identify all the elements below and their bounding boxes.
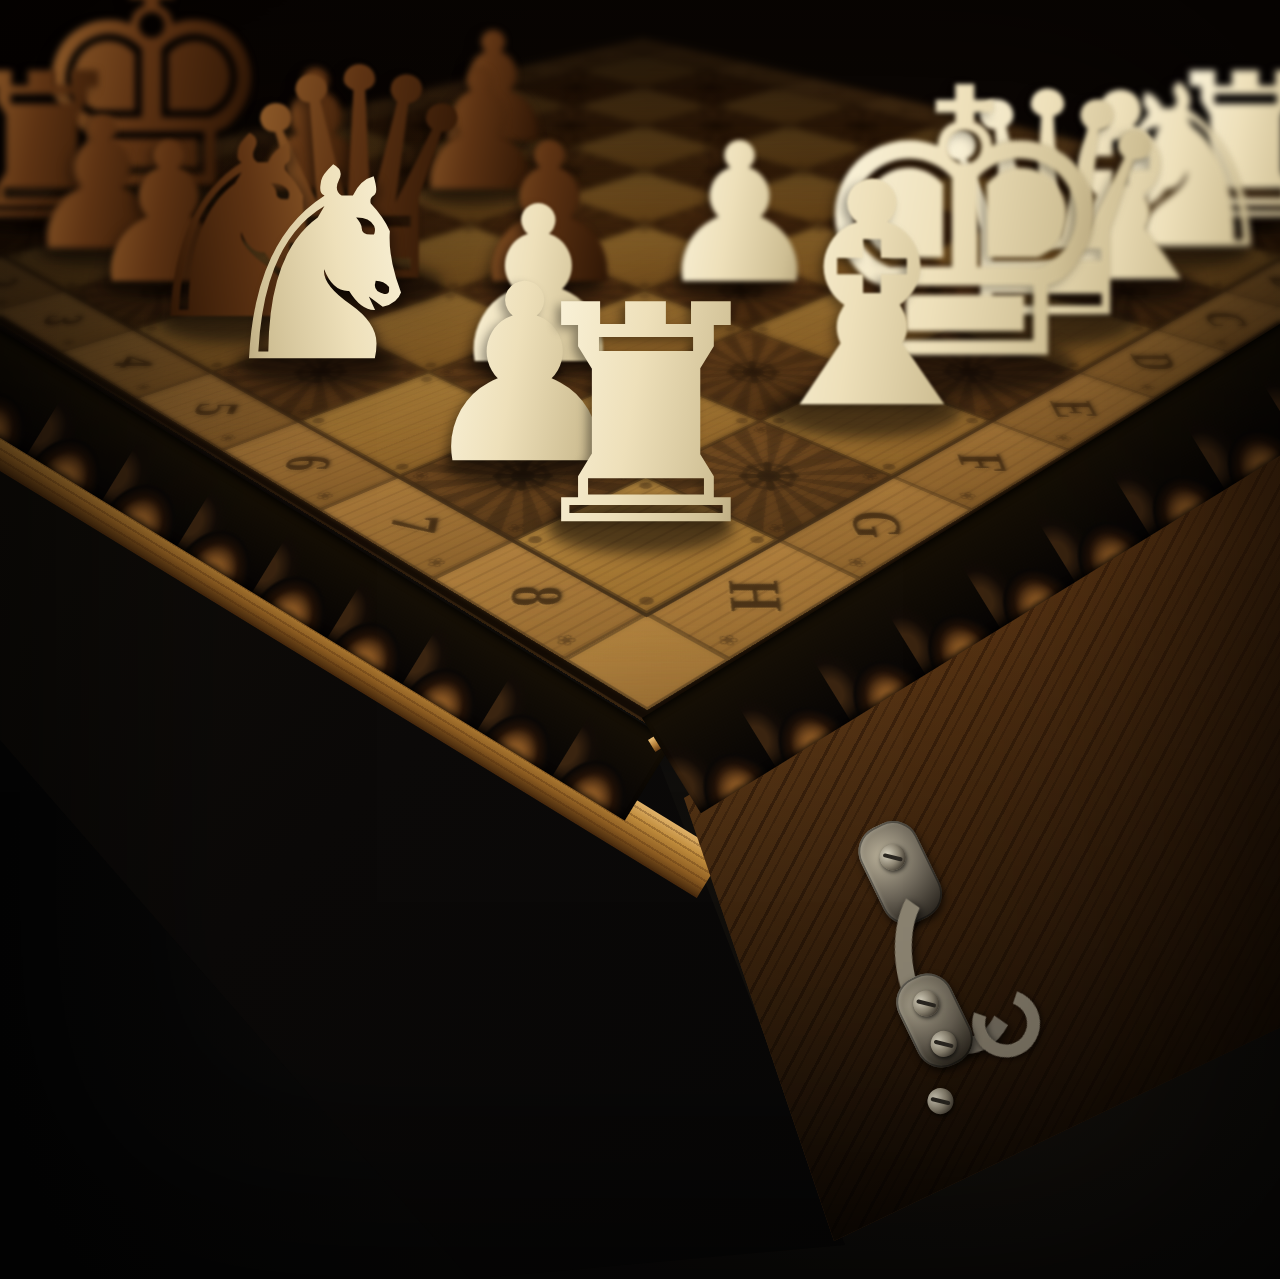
engraved-corner-flourish: ❀ bbox=[528, 331, 554, 341]
engraved-corner-flourish: ❀ bbox=[355, 258, 379, 266]
engraved-corner-flourish: ❀ bbox=[941, 331, 966, 341]
engraved-corner-flourish: ❀ bbox=[1094, 258, 1116, 266]
engraved-corner-flourish: ❀ bbox=[170, 258, 194, 266]
engraved-corner-flourish: ❀ bbox=[725, 258, 748, 266]
engraved-corner-flourish: ❀ bbox=[540, 258, 563, 266]
latch-screw bbox=[923, 1084, 958, 1119]
engraved-corner-flourish: ❀ bbox=[856, 469, 886, 484]
engraved-corner-flourish: ❀ bbox=[1195, 286, 1218, 295]
engraved-corner-flourish: ❀ bbox=[909, 258, 931, 266]
engraved-corner-flourish: ❀ bbox=[747, 423, 776, 436]
engraved-corner-flourish: ❀ bbox=[405, 468, 436, 483]
engraved-corner-flourish: ❀ bbox=[514, 423, 543, 436]
photo-stage: 1❀2❀3❀4❀5❀6❀7❀8❀ 1❀2❀3❀4❀5❀6❀7❀8❀ A❀B❀C❀… bbox=[0, 0, 1280, 1279]
engraved-corner-flourish: ❀ bbox=[1046, 367, 1072, 378]
engraved-corner-flourish: ❀ bbox=[734, 331, 759, 341]
engraved-corner-flourish: ❀ bbox=[322, 331, 348, 341]
